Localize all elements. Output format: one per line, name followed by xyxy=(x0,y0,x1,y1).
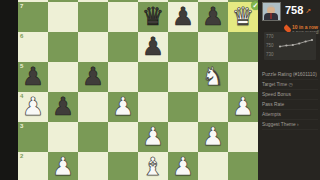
stat-label: Attempts xyxy=(262,112,281,117)
white-pawn[interactable]: ♟ xyxy=(198,122,228,152)
square-f4[interactable] xyxy=(168,92,198,122)
stat-label: Suggest Theme xyxy=(262,122,296,127)
graph-ytick: 750 xyxy=(266,43,274,48)
black-pawn[interactable]: ♟ xyxy=(198,2,228,32)
square-e4[interactable] xyxy=(138,92,168,122)
black-queen[interactable]: ♛ xyxy=(138,2,168,32)
square-d2[interactable] xyxy=(108,152,138,180)
black-pawn[interactable]: ♟ xyxy=(138,32,168,62)
correct-move-check-icon: ✓ xyxy=(251,1,258,10)
square-f7[interactable]: ♟ xyxy=(168,2,198,32)
stat-row-suggest-theme[interactable]: Suggest Theme › xyxy=(262,120,318,130)
square-b2[interactable]: ♟ xyxy=(48,152,78,180)
square-g5[interactable]: ♞ xyxy=(198,62,228,92)
square-b5[interactable] xyxy=(48,62,78,92)
square-c5[interactable]: ♟ xyxy=(78,62,108,92)
square-e3[interactable]: ♟ xyxy=(138,122,168,152)
graph-ytick: 730 xyxy=(266,52,274,57)
square-f5[interactable] xyxy=(168,62,198,92)
square-e5[interactable] xyxy=(138,62,168,92)
stat-row-puzzle-rating: Puzzle Rating (#1601110) xyxy=(262,70,318,80)
white-pawn[interactable]: ♟ xyxy=(108,92,138,122)
letterbox-left-bar xyxy=(0,0,18,180)
white-pawn[interactable]: ♟ xyxy=(228,92,258,122)
sidebar-header: 758 ↗ xyxy=(258,0,320,21)
square-c4[interactable] xyxy=(78,92,108,122)
square-d4[interactable]: ♟ xyxy=(108,92,138,122)
square-g3[interactable]: ♟ xyxy=(198,122,228,152)
rating-up-icon: ↗ xyxy=(305,7,311,15)
chevron-right-icon: › xyxy=(296,122,299,127)
square-b6[interactable] xyxy=(48,32,78,62)
square-a4[interactable]: 4♟ xyxy=(18,92,48,122)
square-h4[interactable]: ♟ xyxy=(228,92,258,122)
square-f3[interactable] xyxy=(168,122,198,152)
square-a2[interactable]: 2 xyxy=(18,152,48,180)
square-c7[interactable] xyxy=(78,2,108,32)
white-bishop[interactable]: ♝ xyxy=(138,152,168,180)
user-avatar[interactable] xyxy=(262,2,281,21)
rank-label-4: 4 xyxy=(20,93,23,99)
square-e2[interactable]: ♝ xyxy=(138,152,168,180)
stat-label: Target Time xyxy=(262,82,287,87)
target-time-info-icon: ◷ xyxy=(287,82,293,87)
chess-board[interactable]: 7♛♟♟♛6♟5♟♟♞4♟♟♟♟3♟♟2♟♝♟✓ xyxy=(18,0,258,180)
square-b7[interactable] xyxy=(48,2,78,32)
square-d5[interactable] xyxy=(108,62,138,92)
stat-label: Puzzle Rating (#1601110) xyxy=(262,72,317,77)
square-b4[interactable]: ♟ xyxy=(48,92,78,122)
stat-label: Speed Bonus xyxy=(262,92,291,97)
square-g2[interactable] xyxy=(198,152,228,180)
square-c6[interactable] xyxy=(78,32,108,62)
square-a5[interactable]: 5♟ xyxy=(18,62,48,92)
square-h2[interactable] xyxy=(228,152,258,180)
rank-label-5: 5 xyxy=(20,63,23,69)
white-pawn[interactable]: ♟ xyxy=(138,122,168,152)
stat-label: Pass Rate xyxy=(262,102,284,107)
square-f6[interactable] xyxy=(168,32,198,62)
square-c2[interactable] xyxy=(78,152,108,180)
square-a6[interactable]: 6 xyxy=(18,32,48,62)
black-pawn[interactable]: ♟ xyxy=(168,2,198,32)
square-d3[interactable] xyxy=(108,122,138,152)
rank-label-3: 3 xyxy=(20,123,23,129)
rank-label-7: 7 xyxy=(20,3,23,9)
square-h5[interactable] xyxy=(228,62,258,92)
square-d6[interactable] xyxy=(108,32,138,62)
square-a3[interactable]: 3 xyxy=(18,122,48,152)
rating-graph-card: 770750730 xyxy=(264,32,316,60)
square-g7[interactable]: ♟ xyxy=(198,2,228,32)
square-g4[interactable] xyxy=(198,92,228,122)
graph-y-axis-labels: 770750730 xyxy=(266,34,274,57)
puzzle-sidebar: 758 ↗ 10 in a row a new record! 77075073… xyxy=(258,0,320,180)
puzzle-rating-value: 758 xyxy=(285,4,303,16)
square-a7[interactable]: 7 xyxy=(18,2,48,32)
rating-sparkline xyxy=(277,34,315,58)
stat-row-speed-bonus: Speed Bonus xyxy=(262,90,318,100)
square-d7[interactable] xyxy=(108,2,138,32)
graph-ytick: 770 xyxy=(266,34,274,39)
black-pawn[interactable]: ♟ xyxy=(48,92,78,122)
rank-label-6: 6 xyxy=(20,33,23,39)
puzzle-stats-list: Puzzle Rating (#1601110)Target Time ◷Spe… xyxy=(262,70,318,130)
square-f2[interactable]: ♟ xyxy=(168,152,198,180)
stat-row-pass-rate: Pass Rate xyxy=(262,100,318,110)
square-h3[interactable] xyxy=(228,122,258,152)
stat-row-attempts: Attempts xyxy=(262,110,318,120)
white-pawn[interactable]: ♟ xyxy=(48,152,78,180)
white-knight[interactable]: ♞ xyxy=(198,62,228,92)
board-region: 7♛♟♟♛6♟5♟♟♞4♟♟♟♟3♟♟2♟♝♟✓ xyxy=(18,0,258,180)
square-e6[interactable]: ♟ xyxy=(138,32,168,62)
stat-row-target-time: Target Time ◷ xyxy=(262,80,318,90)
square-c3[interactable] xyxy=(78,122,108,152)
avatar-tie xyxy=(270,13,272,19)
square-h6[interactable] xyxy=(228,32,258,62)
square-e7[interactable]: ♛ xyxy=(138,2,168,32)
white-pawn[interactable]: ♟ xyxy=(168,152,198,180)
square-g6[interactable] xyxy=(198,32,228,62)
rank-label-2: 2 xyxy=(20,153,23,159)
black-pawn[interactable]: ♟ xyxy=(78,62,108,92)
square-b3[interactable] xyxy=(48,122,78,152)
